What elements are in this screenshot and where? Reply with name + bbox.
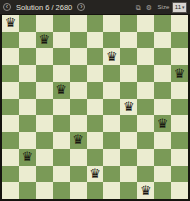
square-r3c10: ♛ [171, 65, 188, 82]
size-label: Size [158, 4, 170, 10]
square-r4c9 [154, 82, 171, 99]
square-r4c8 [137, 82, 154, 99]
square-r4c10 [171, 82, 188, 99]
square-r0c9 [154, 15, 171, 32]
chevron-down-icon: ▾ [182, 4, 185, 10]
top-bar: ‹ Solution 6 / 2680 › ⧉ ⚙ Size 11 ▾ [0, 0, 190, 14]
square-r10c7 [120, 182, 137, 199]
square-r2c6: ♛ [103, 48, 120, 65]
square-r10c0 [2, 182, 19, 199]
black-queen: ♛ [89, 167, 101, 180]
square-r1c9 [154, 32, 171, 49]
square-r2c9 [154, 48, 171, 65]
square-r2c8 [137, 48, 154, 65]
square-r10c4 [70, 182, 87, 199]
square-r4c5 [87, 82, 104, 99]
square-r10c5 [87, 182, 104, 199]
square-r0c5 [87, 15, 104, 32]
square-r5c6 [103, 99, 120, 116]
square-r6c7 [120, 115, 137, 132]
square-r4c1 [19, 82, 36, 99]
square-r5c3 [53, 99, 70, 116]
square-r3c8 [137, 65, 154, 82]
square-r10c10 [171, 182, 188, 199]
square-r1c6 [103, 32, 120, 49]
square-r10c3 [53, 182, 70, 199]
square-r9c4 [70, 166, 87, 183]
square-r8c2 [36, 149, 53, 166]
square-r4c4 [70, 82, 87, 99]
square-r9c5: ♛ [87, 166, 104, 183]
black-queen: ♛ [38, 33, 50, 46]
square-r7c0 [2, 132, 19, 149]
square-r1c3 [53, 32, 70, 49]
square-r0c8 [137, 15, 154, 32]
board-size-select[interactable]: 11 ▾ [172, 2, 187, 13]
black-queen: ♛ [55, 83, 67, 96]
black-queen: ♛ [106, 50, 118, 63]
share-icon[interactable]: ⧉ [136, 4, 141, 11]
square-r3c2 [36, 65, 53, 82]
square-r10c1 [19, 182, 36, 199]
square-r4c0 [2, 82, 19, 99]
square-r8c9 [154, 149, 171, 166]
square-r2c10 [171, 48, 188, 65]
square-r6c2 [36, 115, 53, 132]
black-queen: ♛ [123, 100, 135, 113]
square-r6c4 [70, 115, 87, 132]
square-r8c7 [120, 149, 137, 166]
black-queen: ♛ [72, 133, 84, 146]
square-r5c1 [19, 99, 36, 116]
right-arrow-icon: › [80, 4, 82, 10]
square-r2c1 [19, 48, 36, 65]
square-r7c5 [87, 132, 104, 149]
square-r2c0 [2, 48, 19, 65]
square-r6c6 [103, 115, 120, 132]
square-r7c2 [36, 132, 53, 149]
square-r9c7 [120, 166, 137, 183]
size-value: 11 [175, 4, 181, 10]
square-r10c8: ♛ [137, 182, 154, 199]
square-r9c6 [103, 166, 120, 183]
square-r5c9 [154, 99, 171, 116]
square-r9c8 [137, 166, 154, 183]
square-r7c9 [154, 132, 171, 149]
square-r7c6 [103, 132, 120, 149]
square-r10c9 [154, 182, 171, 199]
black-queen: ♛ [22, 150, 34, 163]
square-r1c4 [70, 32, 87, 49]
square-r0c0: ♛ [2, 15, 19, 32]
board: ♛♛♛♛♛♛♛♛♛♛♛ [0, 14, 190, 201]
square-r2c3 [53, 48, 70, 65]
square-r3c6 [103, 65, 120, 82]
square-r3c9 [154, 65, 171, 82]
square-r6c8 [137, 115, 154, 132]
square-r1c1 [19, 32, 36, 49]
square-r8c0 [2, 149, 19, 166]
square-r8c4 [70, 149, 87, 166]
square-r3c4 [70, 65, 87, 82]
square-r5c4 [70, 99, 87, 116]
square-r8c10 [171, 149, 188, 166]
settings-gear-icon[interactable]: ⚙ [146, 4, 152, 11]
square-r4c7 [120, 82, 137, 99]
square-r7c7 [120, 132, 137, 149]
square-r6c0 [2, 115, 19, 132]
square-r1c0 [2, 32, 19, 49]
black-queen: ♛ [5, 16, 17, 29]
square-r2c4 [70, 48, 87, 65]
square-r8c8 [137, 149, 154, 166]
solution-counter: Solution 6 / 2680 [16, 3, 72, 12]
square-r9c1 [19, 166, 36, 183]
square-r2c2 [36, 48, 53, 65]
square-r0c7 [120, 15, 137, 32]
square-r4c3: ♛ [53, 82, 70, 99]
square-r5c7: ♛ [120, 99, 137, 116]
square-r6c1 [19, 115, 36, 132]
square-r6c3 [53, 115, 70, 132]
square-r4c6 [103, 82, 120, 99]
square-r10c6 [103, 182, 120, 199]
square-r9c9 [154, 166, 171, 183]
square-r1c8 [137, 32, 154, 49]
square-r4c2 [36, 82, 53, 99]
square-r8c1: ♛ [19, 149, 36, 166]
next-solution-button[interactable]: › [77, 3, 85, 11]
square-r7c4: ♛ [70, 132, 87, 149]
square-r10c2 [36, 182, 53, 199]
square-r5c2 [36, 99, 53, 116]
square-r9c2 [36, 166, 53, 183]
square-r0c4 [70, 15, 87, 32]
black-queen: ♛ [157, 117, 169, 130]
square-r2c7 [120, 48, 137, 65]
square-r1c2: ♛ [36, 32, 53, 49]
square-r5c10 [171, 99, 188, 116]
square-r9c0 [2, 166, 19, 183]
square-r6c5 [87, 115, 104, 132]
square-r5c0 [2, 99, 19, 116]
square-r0c1 [19, 15, 36, 32]
square-r9c3 [53, 166, 70, 183]
prev-solution-button[interactable]: ‹ [3, 3, 11, 11]
square-r8c3 [53, 149, 70, 166]
square-r8c5 [87, 149, 104, 166]
square-r7c8 [137, 132, 154, 149]
square-r7c10 [171, 132, 188, 149]
black-queen: ♛ [140, 184, 152, 197]
square-r0c10 [171, 15, 188, 32]
square-r3c3 [53, 65, 70, 82]
square-r7c3 [53, 132, 70, 149]
square-r0c2 [36, 15, 53, 32]
square-r9c10 [171, 166, 188, 183]
square-r2c5 [87, 48, 104, 65]
square-r0c6 [103, 15, 120, 32]
square-r3c7 [120, 65, 137, 82]
square-r8c6 [103, 149, 120, 166]
square-r6c10 [171, 115, 188, 132]
square-r5c8 [137, 99, 154, 116]
left-arrow-icon: ‹ [6, 4, 8, 10]
square-r3c0 [2, 65, 19, 82]
square-r1c7 [120, 32, 137, 49]
black-queen: ♛ [174, 67, 186, 80]
square-r5c5 [87, 99, 104, 116]
square-r1c5 [87, 32, 104, 49]
square-r1c10 [171, 32, 188, 49]
square-r3c5 [87, 65, 104, 82]
square-r7c1 [19, 132, 36, 149]
square-r3c1 [19, 65, 36, 82]
square-r0c3 [53, 15, 70, 32]
square-r6c9: ♛ [154, 115, 171, 132]
